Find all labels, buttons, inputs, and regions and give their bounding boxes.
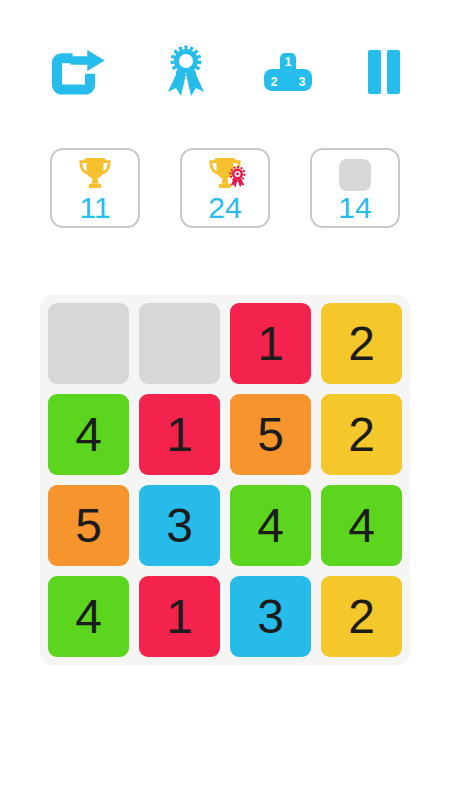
podium-number-1: 1 [285, 55, 292, 69]
stat-card-best: 11 [50, 148, 140, 228]
tile-5[interactable]: 5 [48, 485, 129, 566]
award-ribbon-icon [164, 44, 208, 100]
empty-cell [48, 303, 129, 384]
trophy-icon [78, 155, 112, 191]
stat-card-moves: 14 [310, 148, 400, 228]
tile-2[interactable]: 2 [321, 576, 402, 657]
stat-value-moves: 14 [338, 193, 371, 223]
share-button[interactable] [50, 49, 108, 95]
tile-4[interactable]: 4 [48, 576, 129, 657]
stats-row: 11 [0, 148, 450, 228]
rosette-icon [228, 166, 247, 189]
podium-number-2: 2 [271, 75, 278, 89]
tile-1[interactable]: 1 [139, 394, 220, 475]
stat-value-record: 24 [208, 193, 241, 223]
tile-1[interactable]: 1 [230, 303, 311, 384]
tile-2[interactable]: 2 [321, 394, 402, 475]
pause-button[interactable] [368, 50, 400, 94]
tile-4[interactable]: 4 [230, 485, 311, 566]
tile-2[interactable]: 2 [321, 303, 402, 384]
podium-number-3: 3 [299, 75, 306, 89]
leaderboard-button[interactable]: 1 2 3 [264, 53, 312, 91]
pause-icon [368, 50, 400, 94]
tile-4[interactable]: 4 [321, 485, 402, 566]
tile-3[interactable]: 3 [230, 576, 311, 657]
game-screen: 1 2 3 11 [0, 0, 450, 800]
stat-value-best: 11 [79, 193, 110, 223]
stat-card-record: 24 [180, 148, 270, 228]
board: 12415253444132 [40, 295, 410, 665]
achievements-button[interactable] [164, 44, 208, 100]
tile-3[interactable]: 3 [139, 485, 220, 566]
empty-tile-icon [339, 159, 371, 191]
tile-1[interactable]: 1 [139, 576, 220, 657]
toolbar: 1 2 3 [0, 44, 450, 100]
tile-4[interactable]: 4 [48, 394, 129, 475]
tile-5[interactable]: 5 [230, 394, 311, 475]
share-icon [50, 49, 108, 95]
leaderboard-podium-icon: 1 2 3 [264, 53, 312, 91]
empty-cell [139, 303, 220, 384]
